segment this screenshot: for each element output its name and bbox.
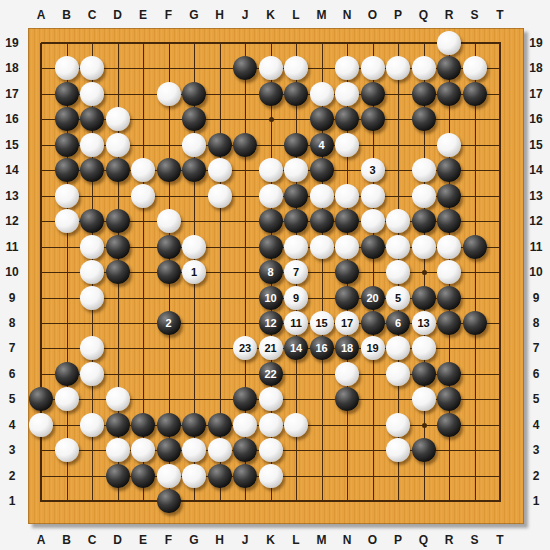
stone-black[interactable] xyxy=(412,209,436,233)
stone-white-move-15[interactable]: 15 xyxy=(310,311,334,335)
col-label-bottom: K xyxy=(263,533,279,547)
stone-white[interactable] xyxy=(80,82,104,106)
col-label-bottom: M xyxy=(314,533,330,547)
col-label-top: O xyxy=(365,8,381,22)
row-label-left: 18 xyxy=(2,61,22,75)
col-label-top: D xyxy=(110,8,126,22)
stone-white-move-3[interactable]: 3 xyxy=(361,158,385,182)
stone-black[interactable] xyxy=(310,107,334,131)
stone-black[interactable] xyxy=(106,235,130,259)
row-label-left: 4 xyxy=(2,418,22,432)
stone-white[interactable] xyxy=(80,235,104,259)
stone-white[interactable] xyxy=(412,56,436,80)
stone-white[interactable] xyxy=(55,184,79,208)
col-label-top: E xyxy=(135,8,151,22)
stone-black[interactable] xyxy=(284,184,308,208)
stone-white[interactable] xyxy=(361,56,385,80)
stone-white[interactable] xyxy=(55,56,79,80)
row-label-left: 3 xyxy=(2,443,22,457)
row-label-left: 6 xyxy=(2,367,22,381)
col-label-bottom: D xyxy=(110,533,126,547)
stone-white[interactable] xyxy=(386,438,410,462)
row-label-right: 12 xyxy=(526,214,546,228)
row-label-left: 9 xyxy=(2,291,22,305)
stone-black-move-6[interactable]: 6 xyxy=(386,311,410,335)
stone-black[interactable] xyxy=(412,286,436,310)
stone-white[interactable] xyxy=(80,260,104,284)
stone-black[interactable] xyxy=(437,209,461,233)
stone-white-move-9[interactable]: 9 xyxy=(284,286,308,310)
stone-white[interactable] xyxy=(335,82,359,106)
stone-black[interactable] xyxy=(412,107,436,131)
row-label-right: 14 xyxy=(526,163,546,177)
stone-white[interactable] xyxy=(55,209,79,233)
stone-black[interactable] xyxy=(157,235,181,259)
col-label-bottom: F xyxy=(161,533,177,547)
stone-white-move-17[interactable]: 17 xyxy=(335,311,359,335)
stone-white[interactable] xyxy=(80,133,104,157)
stone-black[interactable] xyxy=(335,286,359,310)
row-label-right: 3 xyxy=(526,443,546,457)
stone-black[interactable] xyxy=(412,82,436,106)
stone-black[interactable] xyxy=(463,311,487,335)
stone-white[interactable] xyxy=(157,464,181,488)
stone-white[interactable] xyxy=(182,133,206,157)
stone-white[interactable] xyxy=(284,413,308,437)
stone-white-move-19[interactable]: 19 xyxy=(361,336,385,360)
stone-black[interactable] xyxy=(106,158,130,182)
stone-white[interactable] xyxy=(412,387,436,411)
row-label-left: 11 xyxy=(2,240,22,254)
row-label-right: 18 xyxy=(526,61,546,75)
stone-white[interactable] xyxy=(182,464,206,488)
row-label-right: 16 xyxy=(526,112,546,126)
stone-white[interactable] xyxy=(157,82,181,106)
col-label-top: L xyxy=(288,8,304,22)
stone-white[interactable] xyxy=(310,184,334,208)
row-label-right: 11 xyxy=(526,240,546,254)
stone-white[interactable] xyxy=(463,56,487,80)
row-label-right: 9 xyxy=(526,291,546,305)
stone-black[interactable] xyxy=(412,438,436,462)
stone-white[interactable] xyxy=(259,413,283,437)
stone-white[interactable] xyxy=(412,184,436,208)
stone-white[interactable] xyxy=(437,260,461,284)
col-label-bottom: J xyxy=(237,533,253,547)
stone-black[interactable] xyxy=(463,235,487,259)
col-label-top: A xyxy=(33,8,49,22)
stone-black[interactable] xyxy=(259,235,283,259)
star-point xyxy=(422,423,427,428)
col-label-top: C xyxy=(84,8,100,22)
col-label-top: T xyxy=(492,8,508,22)
stone-white[interactable] xyxy=(386,209,410,233)
row-label-left: 15 xyxy=(2,138,22,152)
star-point xyxy=(422,270,427,275)
stone-black[interactable] xyxy=(55,362,79,386)
col-label-top: M xyxy=(314,8,330,22)
stone-black[interactable] xyxy=(259,209,283,233)
stone-white[interactable] xyxy=(361,184,385,208)
row-label-left: 2 xyxy=(2,469,22,483)
stone-black[interactable] xyxy=(106,413,130,437)
stone-black[interactable] xyxy=(310,209,334,233)
stone-black[interactable] xyxy=(437,82,461,106)
stone-white[interactable] xyxy=(259,158,283,182)
col-label-bottom: H xyxy=(212,533,228,547)
stone-white[interactable] xyxy=(131,184,155,208)
stone-white[interactable] xyxy=(55,387,79,411)
row-label-left: 19 xyxy=(2,36,22,50)
grid-line-horizontal xyxy=(41,500,501,502)
col-label-bottom: T xyxy=(492,533,508,547)
stone-black-move-12[interactable]: 12 xyxy=(259,311,283,335)
stone-white[interactable] xyxy=(259,56,283,80)
stone-black[interactable] xyxy=(131,464,155,488)
stone-white-move-1[interactable]: 1 xyxy=(182,260,206,284)
col-label-top: F xyxy=(161,8,177,22)
stone-black[interactable] xyxy=(106,209,130,233)
col-label-top: P xyxy=(390,8,406,22)
stone-white[interactable] xyxy=(106,107,130,131)
stone-black[interactable] xyxy=(157,413,181,437)
stone-black[interactable] xyxy=(157,489,181,513)
stone-black[interactable] xyxy=(106,464,130,488)
stone-black[interactable] xyxy=(284,209,308,233)
stone-black[interactable] xyxy=(437,286,461,310)
row-label-left: 5 xyxy=(2,392,22,406)
row-label-left: 8 xyxy=(2,316,22,330)
row-label-left: 7 xyxy=(2,341,22,355)
stone-white[interactable] xyxy=(437,133,461,157)
stone-black[interactable] xyxy=(208,413,232,437)
stone-black[interactable] xyxy=(437,184,461,208)
stone-white[interactable] xyxy=(259,387,283,411)
stone-black[interactable] xyxy=(361,311,385,335)
stone-white[interactable] xyxy=(437,31,461,55)
col-label-bottom: E xyxy=(135,533,151,547)
stone-white[interactable] xyxy=(106,438,130,462)
col-label-bottom: A xyxy=(33,533,49,547)
stone-white[interactable] xyxy=(386,260,410,284)
stone-black[interactable] xyxy=(182,82,206,106)
stone-white[interactable] xyxy=(361,209,385,233)
stone-black-move-8[interactable]: 8 xyxy=(259,260,283,284)
row-label-right: 10 xyxy=(526,265,546,279)
stone-black[interactable] xyxy=(55,158,79,182)
col-label-top: Q xyxy=(416,8,432,22)
stone-black[interactable] xyxy=(157,260,181,284)
row-label-left: 16 xyxy=(2,112,22,126)
row-label-right: 13 xyxy=(526,189,546,203)
stone-white[interactable] xyxy=(259,464,283,488)
stone-black[interactable] xyxy=(437,413,461,437)
col-label-bottom: C xyxy=(84,533,100,547)
row-label-right: 17 xyxy=(526,87,546,101)
stone-white[interactable] xyxy=(259,438,283,462)
stone-black[interactable] xyxy=(208,464,232,488)
col-label-top: J xyxy=(237,8,253,22)
stone-white[interactable] xyxy=(106,387,130,411)
stone-black[interactable] xyxy=(284,82,308,106)
stone-black[interactable] xyxy=(284,133,308,157)
row-label-right: 6 xyxy=(526,367,546,381)
stone-white[interactable] xyxy=(259,184,283,208)
stone-white[interactable] xyxy=(335,184,359,208)
stone-black[interactable] xyxy=(233,133,257,157)
grid-line-vertical xyxy=(499,43,501,502)
stone-black[interactable] xyxy=(412,362,436,386)
stone-black[interactable] xyxy=(106,260,130,284)
stone-white[interactable] xyxy=(80,362,104,386)
col-label-bottom: S xyxy=(467,533,483,547)
row-label-left: 17 xyxy=(2,87,22,101)
row-label-left: 14 xyxy=(2,163,22,177)
stone-white[interactable] xyxy=(284,235,308,259)
col-label-top: G xyxy=(186,8,202,22)
go-board-screenshot: AABBCCDDEEFFGGHHJJKKLLMMNNOOPPQQRRSSTT19… xyxy=(0,0,550,550)
stone-black[interactable] xyxy=(233,438,257,462)
stone-white[interactable] xyxy=(412,336,436,360)
stone-black[interactable] xyxy=(335,260,359,284)
col-label-top: S xyxy=(467,8,483,22)
stone-white[interactable] xyxy=(208,438,232,462)
stone-white[interactable] xyxy=(131,438,155,462)
stone-white[interactable] xyxy=(335,362,359,386)
stone-black-move-4[interactable]: 4 xyxy=(310,133,334,157)
col-label-bottom: P xyxy=(390,533,406,547)
stone-white[interactable] xyxy=(157,209,181,233)
stone-white[interactable] xyxy=(80,286,104,310)
stone-white[interactable] xyxy=(208,184,232,208)
col-label-top: N xyxy=(339,8,355,22)
row-label-right: 1 xyxy=(526,494,546,508)
stone-black[interactable] xyxy=(208,133,232,157)
stone-black[interactable] xyxy=(157,158,181,182)
col-label-bottom: L xyxy=(288,533,304,547)
stone-white[interactable] xyxy=(335,133,359,157)
stone-white[interactable] xyxy=(386,235,410,259)
stone-white[interactable] xyxy=(182,438,206,462)
stone-black-move-16[interactable]: 16 xyxy=(310,336,334,360)
stone-black[interactable] xyxy=(182,413,206,437)
stone-white[interactable] xyxy=(386,413,410,437)
stone-white-move-5[interactable]: 5 xyxy=(386,286,410,310)
stone-black-move-22[interactable]: 22 xyxy=(259,362,283,386)
col-label-bottom: B xyxy=(59,533,75,547)
row-label-left: 10 xyxy=(2,265,22,279)
stone-white[interactable] xyxy=(437,235,461,259)
stone-black-move-10[interactable]: 10 xyxy=(259,286,283,310)
stone-black[interactable] xyxy=(361,82,385,106)
stone-white[interactable] xyxy=(55,438,79,462)
row-label-right: 5 xyxy=(526,392,546,406)
col-label-bottom: N xyxy=(339,533,355,547)
stone-black[interactable] xyxy=(437,311,461,335)
stone-white-move-11[interactable]: 11 xyxy=(284,311,308,335)
stone-white[interactable] xyxy=(106,133,130,157)
stone-white[interactable] xyxy=(310,235,334,259)
stone-white[interactable] xyxy=(386,362,410,386)
stone-black[interactable] xyxy=(55,133,79,157)
col-label-top: B xyxy=(59,8,75,22)
stone-black[interactable] xyxy=(80,209,104,233)
row-label-right: 15 xyxy=(526,138,546,152)
stone-white[interactable] xyxy=(182,235,206,259)
stone-white-move-7[interactable]: 7 xyxy=(284,260,308,284)
stone-black[interactable] xyxy=(463,82,487,106)
col-label-top: H xyxy=(212,8,228,22)
row-label-right: 2 xyxy=(526,469,546,483)
stone-white[interactable] xyxy=(208,158,232,182)
grid-line-vertical xyxy=(475,43,476,502)
stone-white[interactable] xyxy=(412,158,436,182)
stone-black[interactable] xyxy=(259,82,283,106)
stone-black[interactable] xyxy=(361,235,385,259)
col-label-bottom: R xyxy=(441,533,457,547)
row-label-right: 19 xyxy=(526,36,546,50)
row-label-right: 7 xyxy=(526,341,546,355)
col-label-top: K xyxy=(263,8,279,22)
stone-black-move-2[interactable]: 2 xyxy=(157,311,181,335)
row-label-left: 12 xyxy=(2,214,22,228)
stone-black-move-20[interactable]: 20 xyxy=(361,286,385,310)
stone-black[interactable] xyxy=(157,438,181,462)
row-label-left: 13 xyxy=(2,189,22,203)
col-label-bottom: O xyxy=(365,533,381,547)
stone-white[interactable] xyxy=(335,235,359,259)
row-label-left: 1 xyxy=(2,494,22,508)
stone-white[interactable] xyxy=(233,413,257,437)
stone-white[interactable] xyxy=(80,413,104,437)
stone-black[interactable] xyxy=(361,107,385,131)
stone-white[interactable] xyxy=(29,413,53,437)
stone-black[interactable] xyxy=(335,209,359,233)
stone-white[interactable] xyxy=(310,82,334,106)
stone-black[interactable] xyxy=(310,158,334,182)
row-label-right: 4 xyxy=(526,418,546,432)
col-label-bottom: Q xyxy=(416,533,432,547)
stone-white[interactable] xyxy=(412,235,436,259)
stone-black[interactable] xyxy=(55,107,79,131)
col-label-top: R xyxy=(441,8,457,22)
stone-black[interactable] xyxy=(131,413,155,437)
stone-white-move-21[interactable]: 21 xyxy=(259,336,283,360)
col-label-bottom: G xyxy=(186,533,202,547)
star-point xyxy=(269,117,274,122)
row-label-right: 8 xyxy=(526,316,546,330)
stone-black[interactable] xyxy=(437,362,461,386)
stone-black[interactable] xyxy=(55,82,79,106)
stone-black[interactable] xyxy=(233,464,257,488)
stone-white-move-13[interactable]: 13 xyxy=(412,311,436,335)
